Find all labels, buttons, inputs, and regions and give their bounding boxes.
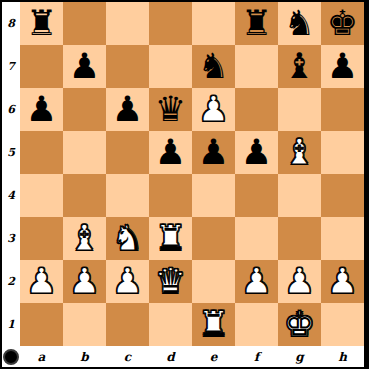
rank-label-1: 1 — [2, 303, 20, 346]
black-pawn-c6[interactable]: ♟ — [112, 88, 143, 131]
square-c6[interactable]: ♟ — [106, 88, 149, 131]
square-h2[interactable]: ♟ — [321, 260, 364, 303]
file-label-b: b — [63, 350, 106, 364]
rank-label-4: 4 — [2, 174, 20, 217]
file-label-f: f — [235, 350, 278, 364]
square-e5[interactable]: ♟ — [192, 131, 235, 174]
black-rook-a8[interactable]: ♜ — [26, 2, 57, 45]
black-knight-e7[interactable]: ♞ — [198, 45, 229, 88]
square-a8[interactable]: ♜ — [20, 2, 63, 45]
black-bishop-g7[interactable]: ♝ — [284, 45, 315, 88]
white-pawn-a2[interactable]: ♟ — [26, 260, 57, 303]
rank-label-8: 8 — [2, 2, 20, 45]
square-h6[interactable] — [321, 88, 364, 131]
square-a2[interactable]: ♟ — [20, 260, 63, 303]
square-h3[interactable] — [321, 217, 364, 260]
square-h4[interactable] — [321, 174, 364, 217]
square-d5[interactable]: ♟ — [149, 131, 192, 174]
square-b6[interactable] — [63, 88, 106, 131]
square-h5[interactable] — [321, 131, 364, 174]
square-f3[interactable] — [235, 217, 278, 260]
square-d3[interactable]: ♜ — [149, 217, 192, 260]
square-a1[interactable] — [20, 303, 63, 346]
white-bishop-g5[interactable]: ♝ — [284, 131, 315, 174]
square-c5[interactable] — [106, 131, 149, 174]
square-c4[interactable] — [106, 174, 149, 217]
square-d7[interactable] — [149, 45, 192, 88]
file-label-d: d — [149, 350, 192, 364]
white-pawn-e6[interactable]: ♟ — [198, 88, 229, 131]
file-label-a: a — [20, 350, 63, 364]
square-f4[interactable] — [235, 174, 278, 217]
square-a5[interactable] — [20, 131, 63, 174]
square-b2[interactable]: ♟ — [63, 260, 106, 303]
square-h8[interactable]: ♚ — [321, 2, 364, 45]
square-c1[interactable] — [106, 303, 149, 346]
white-rook-e1[interactable]: ♜ — [198, 303, 229, 346]
rank-labels: 87654321 — [2, 2, 20, 346]
square-d1[interactable] — [149, 303, 192, 346]
black-pawn-d5[interactable]: ♟ — [155, 131, 186, 174]
square-f1[interactable] — [235, 303, 278, 346]
square-g1[interactable]: ♚ — [278, 303, 321, 346]
white-knight-c3[interactable]: ♞ — [112, 217, 143, 260]
square-e7[interactable]: ♞ — [192, 45, 235, 88]
square-b8[interactable] — [63, 2, 106, 45]
square-d8[interactable] — [149, 2, 192, 45]
square-e1[interactable]: ♜ — [192, 303, 235, 346]
square-h7[interactable]: ♟ — [321, 45, 364, 88]
file-labels: abcdefgh — [2, 346, 364, 367]
rank-label-3: 3 — [2, 217, 20, 260]
chess-diagram: 87654321 ♜♜♞♚♟♞♝♟♟♟♛♟♟♟♟♝♝♞♜♟♟♟♛♟♟♟♜♚ ab… — [0, 0, 369, 369]
rank-label-2: 2 — [2, 260, 20, 303]
square-f8[interactable]: ♜ — [235, 2, 278, 45]
square-e8[interactable] — [192, 2, 235, 45]
square-f2[interactable]: ♟ — [235, 260, 278, 303]
white-pawn-h2[interactable]: ♟ — [327, 260, 358, 303]
square-b1[interactable] — [63, 303, 106, 346]
square-d6[interactable]: ♛ — [149, 88, 192, 131]
square-g8[interactable]: ♞ — [278, 2, 321, 45]
file-label-e: e — [192, 350, 235, 364]
black-knight-g8[interactable]: ♞ — [284, 2, 315, 45]
black-rook-f8[interactable]: ♜ — [241, 2, 272, 45]
white-bishop-b3[interactable]: ♝ — [69, 217, 100, 260]
chess-board[interactable]: ♜♜♞♚♟♞♝♟♟♟♛♟♟♟♟♝♝♞♜♟♟♟♛♟♟♟♜♚ — [20, 2, 364, 346]
black-king-h8[interactable]: ♚ — [327, 2, 358, 45]
square-e3[interactable] — [192, 217, 235, 260]
square-e2[interactable] — [192, 260, 235, 303]
square-d2[interactable]: ♛ — [149, 260, 192, 303]
white-pawn-g2[interactable]: ♟ — [284, 260, 315, 303]
black-pawn-e5[interactable]: ♟ — [198, 131, 229, 174]
black-pawn-b7[interactable]: ♟ — [69, 45, 100, 88]
rank-label-6: 6 — [2, 88, 20, 131]
white-queen-d2[interactable]: ♛ — [155, 260, 186, 303]
square-c7[interactable] — [106, 45, 149, 88]
white-king-g1[interactable]: ♚ — [284, 303, 315, 346]
white-pawn-b2[interactable]: ♟ — [69, 260, 100, 303]
square-a4[interactable] — [20, 174, 63, 217]
black-pawn-f5[interactable]: ♟ — [241, 131, 272, 174]
square-c3[interactable]: ♞ — [106, 217, 149, 260]
square-a7[interactable] — [20, 45, 63, 88]
square-g7[interactable]: ♝ — [278, 45, 321, 88]
square-g3[interactable] — [278, 217, 321, 260]
square-f7[interactable] — [235, 45, 278, 88]
square-f5[interactable]: ♟ — [235, 131, 278, 174]
square-b4[interactable] — [63, 174, 106, 217]
square-h1[interactable] — [321, 303, 364, 346]
rank-label-5: 5 — [2, 131, 20, 174]
white-pawn-f2[interactable]: ♟ — [241, 260, 272, 303]
rank-label-7: 7 — [2, 45, 20, 88]
square-a3[interactable] — [20, 217, 63, 260]
square-g4[interactable] — [278, 174, 321, 217]
black-pawn-a6[interactable]: ♟ — [26, 88, 57, 131]
white-rook-d3[interactable]: ♜ — [155, 217, 186, 260]
square-e6[interactable]: ♟ — [192, 88, 235, 131]
black-pawn-h7[interactable]: ♟ — [327, 45, 358, 88]
square-f6[interactable] — [235, 88, 278, 131]
square-g5[interactable]: ♝ — [278, 131, 321, 174]
file-label-c: c — [106, 350, 149, 364]
file-label-h: h — [321, 350, 364, 364]
square-e4[interactable] — [192, 174, 235, 217]
square-b3[interactable]: ♝ — [63, 217, 106, 260]
white-pawn-c2[interactable]: ♟ — [112, 260, 143, 303]
black-to-move-indicator — [3, 349, 19, 365]
square-a6[interactable]: ♟ — [20, 88, 63, 131]
square-g2[interactable]: ♟ — [278, 260, 321, 303]
square-b5[interactable] — [63, 131, 106, 174]
square-d4[interactable] — [149, 174, 192, 217]
black-queen-d6[interactable]: ♛ — [155, 88, 186, 131]
square-c8[interactable] — [106, 2, 149, 45]
square-c2[interactable]: ♟ — [106, 260, 149, 303]
square-g6[interactable] — [278, 88, 321, 131]
square-b7[interactable]: ♟ — [63, 45, 106, 88]
file-label-g: g — [278, 350, 321, 364]
